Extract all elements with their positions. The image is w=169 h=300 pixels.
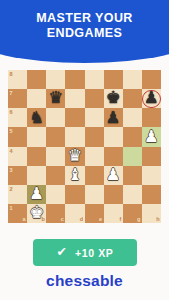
checkmark-icon: ✔ bbox=[57, 246, 67, 259]
square-d2[interactable] bbox=[65, 185, 84, 204]
threat-circle-annotation bbox=[142, 90, 160, 108]
square-g5[interactable] bbox=[123, 127, 142, 146]
square-h6[interactable] bbox=[142, 108, 161, 127]
square-g7[interactable] bbox=[123, 89, 142, 108]
black-pawn: ♟ bbox=[142, 89, 161, 108]
square-a1[interactable]: 1a bbox=[8, 204, 27, 223]
square-g4[interactable] bbox=[123, 147, 142, 166]
square-e4[interactable] bbox=[85, 147, 104, 166]
square-e8[interactable] bbox=[85, 70, 104, 89]
square-a3[interactable]: 3 bbox=[8, 166, 27, 185]
square-f6[interactable]: ♟ bbox=[104, 108, 123, 127]
square-c6[interactable] bbox=[46, 108, 65, 127]
square-a8[interactable]: 8 bbox=[8, 70, 27, 89]
square-c4[interactable] bbox=[46, 147, 65, 166]
square-c8[interactable] bbox=[46, 70, 65, 89]
square-b6[interactable]: ♞ bbox=[27, 108, 46, 127]
square-f3[interactable]: ♟ bbox=[104, 166, 123, 185]
promo-banner-title: MASTER YOUR ENDGAMES bbox=[0, 0, 169, 40]
square-e7[interactable] bbox=[85, 89, 104, 108]
rank-label-7: 7 bbox=[10, 90, 13, 96]
chess-board: 87♛♚♟6♞♟5♟4♛3♝♟2♟1ab♚cdefgh bbox=[8, 70, 161, 223]
square-b4[interactable] bbox=[27, 147, 46, 166]
square-e3[interactable] bbox=[85, 166, 104, 185]
file-label-e: e bbox=[99, 216, 102, 222]
square-b7[interactable] bbox=[27, 89, 46, 108]
promo-banner-line2: ENDGAMES bbox=[0, 26, 169, 41]
file-label-g: g bbox=[137, 216, 140, 222]
square-f5[interactable] bbox=[104, 127, 123, 146]
black-queen: ♛ bbox=[46, 89, 65, 108]
square-a2[interactable]: 2 bbox=[8, 185, 27, 204]
square-e1[interactable]: e bbox=[85, 204, 104, 223]
square-d4[interactable]: ♛ bbox=[65, 147, 84, 166]
rank-label-5: 5 bbox=[10, 128, 13, 134]
square-h1[interactable]: h bbox=[142, 204, 161, 223]
white-bishop: ♝ bbox=[65, 166, 84, 185]
app-container: MASTER YOUR ENDGAMES 87♛♚♟6♞♟5♟4♛3♝♟2♟1a… bbox=[0, 0, 169, 300]
square-c1[interactable]: c bbox=[46, 204, 65, 223]
square-a5[interactable]: 5 bbox=[8, 127, 27, 146]
square-g8[interactable] bbox=[123, 70, 142, 89]
square-e2[interactable] bbox=[85, 185, 104, 204]
file-label-c: c bbox=[61, 216, 64, 222]
square-c7[interactable]: ♛ bbox=[46, 89, 65, 108]
square-c2[interactable] bbox=[46, 185, 65, 204]
square-f8[interactable] bbox=[104, 70, 123, 89]
square-b1[interactable]: b♚ bbox=[27, 204, 46, 223]
white-queen: ♛ bbox=[65, 147, 84, 166]
square-a7[interactable]: 7 bbox=[8, 89, 27, 108]
square-d5[interactable] bbox=[65, 127, 84, 146]
white-king: ♚ bbox=[27, 204, 46, 223]
rank-label-2: 2 bbox=[10, 186, 13, 192]
file-label-a: a bbox=[23, 216, 26, 222]
square-d8[interactable] bbox=[65, 70, 84, 89]
square-b5[interactable] bbox=[27, 127, 46, 146]
square-f4[interactable] bbox=[104, 147, 123, 166]
square-d7[interactable] bbox=[65, 89, 84, 108]
square-e5[interactable] bbox=[85, 127, 104, 146]
file-label-b: b bbox=[41, 216, 44, 222]
square-e6[interactable] bbox=[85, 108, 104, 127]
black-knight: ♞ bbox=[27, 108, 46, 127]
rank-label-6: 6 bbox=[10, 109, 13, 115]
chessable-logo[interactable]: chessable bbox=[0, 272, 169, 290]
white-pawn: ♟ bbox=[27, 185, 46, 204]
rank-label-4: 4 bbox=[10, 148, 13, 154]
rank-label-3: 3 bbox=[10, 167, 13, 173]
square-b3[interactable] bbox=[27, 166, 46, 185]
square-c3[interactable] bbox=[46, 166, 65, 185]
square-g1[interactable]: g bbox=[123, 204, 142, 223]
square-f7[interactable]: ♚ bbox=[104, 89, 123, 108]
square-g3[interactable] bbox=[123, 166, 142, 185]
promo-banner-line1: MASTER YOUR bbox=[0, 11, 169, 26]
square-a6[interactable]: 6 bbox=[8, 108, 27, 127]
square-f1[interactable]: f bbox=[104, 204, 123, 223]
square-d6[interactable] bbox=[65, 108, 84, 127]
square-f2[interactable] bbox=[104, 185, 123, 204]
black-pawn: ♟ bbox=[104, 108, 123, 127]
square-h5[interactable]: ♟ bbox=[142, 127, 161, 146]
square-h2[interactable] bbox=[142, 185, 161, 204]
square-g6[interactable] bbox=[123, 108, 142, 127]
square-b8[interactable] bbox=[27, 70, 46, 89]
square-d3[interactable]: ♝ bbox=[65, 166, 84, 185]
rank-label-1: 1 bbox=[10, 205, 13, 211]
file-label-h: h bbox=[156, 216, 159, 222]
file-label-f: f bbox=[119, 216, 121, 222]
square-a4[interactable]: 4 bbox=[8, 147, 27, 166]
xp-button[interactable]: ✔ +10 XP bbox=[33, 239, 137, 266]
square-b2[interactable]: ♟ bbox=[27, 185, 46, 204]
xp-button-label: +10 XP bbox=[75, 247, 113, 259]
file-label-d: d bbox=[80, 216, 83, 222]
square-c5[interactable] bbox=[46, 127, 65, 146]
square-h8[interactable] bbox=[142, 70, 161, 89]
square-g2[interactable] bbox=[123, 185, 142, 204]
black-king: ♚ bbox=[104, 89, 123, 108]
white-pawn: ♟ bbox=[142, 127, 161, 146]
square-h3[interactable] bbox=[142, 166, 161, 185]
square-h4[interactable] bbox=[142, 147, 161, 166]
square-h7[interactable]: ♟ bbox=[142, 89, 161, 108]
square-d1[interactable]: d bbox=[65, 204, 84, 223]
white-pawn: ♟ bbox=[104, 166, 123, 185]
rank-label-8: 8 bbox=[10, 71, 13, 77]
